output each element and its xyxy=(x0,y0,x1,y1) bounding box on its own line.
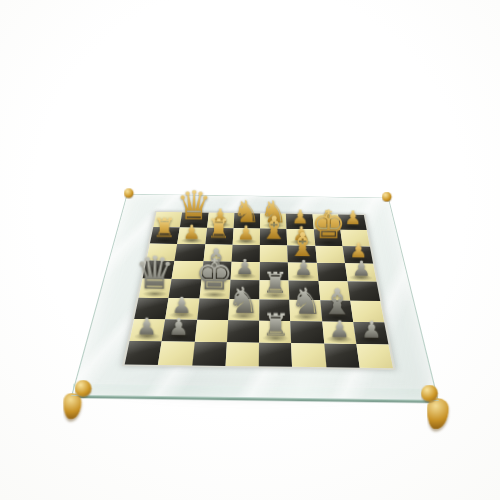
square-c2 xyxy=(194,319,228,342)
square-c3 xyxy=(197,299,229,320)
gilt-knob-near-right xyxy=(421,385,438,402)
square-e2: ♜ xyxy=(259,320,291,343)
square-f3: ♞ xyxy=(290,300,322,321)
square-e1 xyxy=(259,343,293,367)
square-f2 xyxy=(290,321,323,344)
square-g2: ♟ xyxy=(322,321,356,344)
square-d3: ♞ xyxy=(228,299,259,320)
silver-queen-a4: ♛ xyxy=(134,250,175,296)
square-g1 xyxy=(324,343,360,367)
gilt-knob-far-right xyxy=(382,192,392,202)
square-d7: ♟ xyxy=(232,228,260,244)
square-b2: ♟ xyxy=(162,319,197,342)
square-g6 xyxy=(315,246,345,264)
gold-pawn-b7: ♟ xyxy=(183,222,201,242)
square-e4: ♜ xyxy=(259,280,289,300)
silver-pawn-a2: ♟ xyxy=(136,315,157,338)
glass-plate: ♛♟♞♞♟♟♟♜♟♜♟♝♟♚♝♟♝♟♟♟♛♚♜♟♞♞♝♟♟♜♟♟ xyxy=(71,194,439,401)
square-a1 xyxy=(125,341,162,365)
square-f5: ♟ xyxy=(288,262,318,281)
gilt-knob-far-left xyxy=(124,188,134,198)
square-h2: ♟ xyxy=(353,322,388,345)
gold-rook-a7: ♜ xyxy=(152,215,176,242)
gold-bishop-e7: ♝ xyxy=(259,211,288,243)
scroll-foot-near-left xyxy=(63,393,81,420)
square-a7: ♜ xyxy=(150,227,180,243)
chess-set-photo: ♛♟♞♞♟♟♟♜♟♜♟♝♟♚♝♟♝♟♟♟♛♚♜♟♞♞♝♟♟♜♟♟ xyxy=(0,0,500,500)
silver-knight-f3: ♞ xyxy=(290,282,323,319)
gold-pawn-d7: ♟ xyxy=(237,223,255,243)
square-a2: ♟ xyxy=(130,319,166,342)
square-c1 xyxy=(192,342,227,366)
square-e6 xyxy=(260,245,288,263)
square-e7: ♝ xyxy=(260,229,287,246)
scroll-foot-near-right xyxy=(427,398,449,429)
square-d1 xyxy=(225,342,259,366)
square-h5: ♟ xyxy=(345,263,377,282)
silver-pawn-h5: ♟ xyxy=(352,259,371,280)
square-h1 xyxy=(356,344,393,368)
square-d2 xyxy=(227,320,260,343)
gold-rook-c7: ♜ xyxy=(207,216,231,243)
silver-bishop-g3: ♝ xyxy=(321,283,354,320)
silver-pawn-f5: ♟ xyxy=(294,258,313,279)
silver-pawn-g2: ♟ xyxy=(329,318,350,341)
square-d5: ♟ xyxy=(230,262,259,281)
glass-front-edge xyxy=(73,384,437,403)
square-b1 xyxy=(158,341,194,365)
square-f1 xyxy=(291,343,326,367)
silver-pawn-b2: ♟ xyxy=(168,316,189,339)
silver-rook-e2: ♜ xyxy=(261,309,289,340)
silver-pawn-d5: ♟ xyxy=(236,257,255,278)
chess-board: ♛♟♞♞♟♟♟♜♟♜♟♝♟♚♝♟♝♟♟♟♛♚♜♟♞♞♝♟♟♜♟♟ xyxy=(122,211,396,370)
silver-knight-d3: ♞ xyxy=(227,281,260,318)
square-a4: ♛ xyxy=(139,279,172,299)
glass-chess-set: ♛♟♞♞♟♟♟♜♟♜♟♝♟♚♝♟♝♟♟♟♛♚♜♟♞♞♝♟♟♜♟♟ xyxy=(101,125,411,435)
square-g5 xyxy=(316,263,347,282)
silver-pawn-h2: ♟ xyxy=(362,318,383,341)
gold-pawn-h8: ♟ xyxy=(345,209,362,228)
square-g7: ♚ xyxy=(313,229,342,246)
gilt-knob-near-left xyxy=(75,380,92,397)
silver-rook-e4: ♜ xyxy=(262,269,288,298)
square-c4: ♚ xyxy=(199,279,230,299)
